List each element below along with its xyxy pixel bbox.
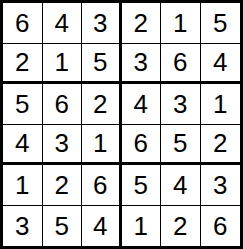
cell-r3c1[interactable]: 5 [3,84,43,125]
cell-r5c5[interactable]: 4 [161,165,201,206]
cell-digit: 5 [213,10,227,36]
sudoku-board: 643215215364562431431652126543354126 [0,0,243,249]
cell-r2c2[interactable]: 1 [43,44,83,85]
cell-digit: 6 [55,91,69,117]
cell-r5c3[interactable]: 6 [82,165,122,206]
cell-digit: 4 [55,10,69,36]
cell-digit: 4 [134,91,148,117]
cell-r1c3[interactable]: 3 [82,3,122,44]
cell-r4c3[interactable]: 1 [82,125,122,166]
cell-digit: 4 [213,49,227,75]
cell-digit: 5 [173,130,187,156]
cell-digit: 2 [134,10,148,36]
cell-r1c1[interactable]: 6 [3,3,43,44]
cell-digit: 2 [55,172,69,198]
cell-digit: 2 [15,49,29,75]
cell-digit: 3 [93,10,107,36]
cell-digit: 6 [213,213,227,239]
cell-r5c2[interactable]: 2 [43,165,83,206]
cell-digit: 5 [134,172,148,198]
cell-digit: 2 [93,91,107,117]
cell-digit: 3 [15,213,29,239]
cell-r6c1[interactable]: 3 [3,206,43,247]
cell-digit: 4 [15,130,29,156]
cell-r5c1[interactable]: 1 [3,165,43,206]
cell-digit: 4 [93,213,107,239]
cell-digit: 1 [134,213,148,239]
cell-digit: 6 [93,172,107,198]
cell-digit: 1 [93,130,107,156]
cell-r4c6[interactable]: 2 [201,125,241,166]
cell-r1c5[interactable]: 1 [161,3,201,44]
cell-digit: 6 [173,49,187,75]
cell-digit: 3 [134,49,148,75]
cell-r3c6[interactable]: 1 [201,84,241,125]
cell-digit: 5 [55,213,69,239]
cell-r6c5[interactable]: 2 [161,206,201,247]
cell-r3c3[interactable]: 2 [82,84,122,125]
cell-digit: 1 [213,91,227,117]
cell-r6c4[interactable]: 1 [122,206,162,247]
cell-digit: 5 [93,49,107,75]
cell-digit: 3 [213,172,227,198]
cell-digit: 5 [15,91,29,117]
cell-r6c3[interactable]: 4 [82,206,122,247]
cell-r1c6[interactable]: 5 [201,3,241,44]
cell-digit: 2 [213,130,227,156]
cell-digit: 1 [173,10,187,36]
cell-r2c1[interactable]: 2 [3,44,43,85]
cell-r1c4[interactable]: 2 [122,3,162,44]
cell-r5c4[interactable]: 5 [122,165,162,206]
cell-digit: 4 [173,172,187,198]
cell-r2c6[interactable]: 4 [201,44,241,85]
cell-r5c6[interactable]: 3 [201,165,241,206]
cell-r1c2[interactable]: 4 [43,3,83,44]
cell-r4c2[interactable]: 3 [43,125,83,166]
cell-digit: 6 [134,130,148,156]
cell-digit: 3 [173,91,187,117]
cell-digit: 1 [15,172,29,198]
cell-r3c4[interactable]: 4 [122,84,162,125]
cell-r6c6[interactable]: 6 [201,206,241,247]
cell-digit: 6 [15,10,29,36]
cell-r3c5[interactable]: 3 [161,84,201,125]
cell-r6c2[interactable]: 5 [43,206,83,247]
cell-r2c4[interactable]: 3 [122,44,162,85]
cell-r4c1[interactable]: 4 [3,125,43,166]
cell-r4c5[interactable]: 5 [161,125,201,166]
cell-r2c5[interactable]: 6 [161,44,201,85]
cell-digit: 2 [173,213,187,239]
cell-r4c4[interactable]: 6 [122,125,162,166]
cell-digit: 1 [55,49,69,75]
cell-r2c3[interactable]: 5 [82,44,122,85]
cell-r3c2[interactable]: 6 [43,84,83,125]
cell-digit: 3 [55,130,69,156]
